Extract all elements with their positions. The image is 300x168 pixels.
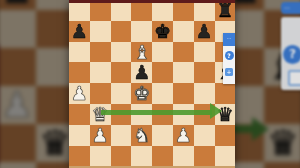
chess-board[interactable]: ♜♟♚♟♝♟♝♟♚♛♛♟♞♟ bbox=[69, 0, 235, 166]
square-g4[interactable] bbox=[194, 83, 215, 104]
square-b7[interactable] bbox=[90, 21, 111, 42]
move-arrow bbox=[101, 110, 212, 115]
white-pawn-b2[interactable]: ♟ bbox=[90, 125, 111, 146]
square-f5[interactable] bbox=[173, 62, 194, 83]
square-c2[interactable] bbox=[111, 125, 132, 146]
square-a3[interactable] bbox=[69, 104, 90, 125]
question-circle-icon[interactable]: ? bbox=[225, 51, 234, 60]
black-pawn-a7[interactable]: ♟ bbox=[69, 21, 90, 42]
square-d7[interactable] bbox=[131, 21, 152, 42]
white-pawn-a4[interactable]: ♟ bbox=[69, 83, 90, 104]
square-c7[interactable] bbox=[111, 21, 132, 42]
square-f7[interactable] bbox=[173, 21, 194, 42]
square-d1[interactable] bbox=[131, 146, 152, 167]
phone-screenshot: ♜♟♚♟♝♟♝♟♚♛♛♟♞♟ ⋯ ? + bbox=[69, 0, 235, 168]
square-h2[interactable] bbox=[215, 125, 236, 146]
square-e2[interactable] bbox=[152, 125, 173, 146]
square-b1[interactable] bbox=[90, 146, 111, 167]
square-b4[interactable] bbox=[90, 83, 111, 104]
question-circle-icon: ? bbox=[283, 45, 300, 64]
square-g6[interactable] bbox=[194, 42, 215, 63]
square-a5[interactable] bbox=[69, 62, 90, 83]
black-pawn-g7[interactable]: ♟ bbox=[194, 21, 215, 42]
white-bishop-d6[interactable]: ♝ bbox=[131, 42, 152, 63]
white-pawn-f2[interactable]: ♟ bbox=[173, 125, 194, 146]
move-arrow-head-icon bbox=[210, 103, 222, 119]
plus-square-icon[interactable]: + bbox=[225, 68, 233, 76]
square-c6[interactable] bbox=[111, 42, 132, 63]
square-g8[interactable] bbox=[194, 0, 215, 21]
black-rook-h8[interactable]: ♜ bbox=[215, 0, 236, 21]
background-card: ? bbox=[281, 17, 300, 90]
square-e5[interactable] bbox=[152, 62, 173, 83]
square-c8[interactable] bbox=[111, 0, 132, 21]
white-knight-d2[interactable]: ♞ bbox=[131, 125, 152, 146]
floating-panel: ⋯ ? + bbox=[223, 33, 236, 84]
square-c5[interactable] bbox=[111, 62, 132, 83]
panel-body: ? + bbox=[223, 46, 236, 85]
square-b8[interactable] bbox=[90, 0, 111, 21]
square-g2[interactable] bbox=[194, 125, 215, 146]
square-h4[interactable] bbox=[215, 83, 236, 104]
square-c1[interactable] bbox=[111, 146, 132, 167]
square-f8[interactable] bbox=[173, 0, 194, 21]
white-king-d4[interactable]: ♚ bbox=[131, 83, 152, 104]
square-d8[interactable] bbox=[131, 0, 152, 21]
background-blue-button: ⋯ bbox=[281, 2, 300, 14]
square-g1[interactable] bbox=[194, 146, 215, 167]
square-button-icon bbox=[288, 70, 300, 86]
square-e1[interactable] bbox=[152, 146, 173, 167]
video-frame: ♟♟♝♟♛♛ ⋯ ? ♜♟♚♟♝♟♝♟♚♛♛♟♞♟ ⋯ ? + bbox=[0, 0, 300, 168]
square-h1[interactable] bbox=[215, 146, 236, 167]
square-b5[interactable] bbox=[90, 62, 111, 83]
top-red-bar bbox=[69, 0, 235, 3]
square-a6[interactable] bbox=[69, 42, 90, 63]
square-f6[interactable] bbox=[173, 42, 194, 63]
square-a8[interactable] bbox=[69, 0, 90, 21]
square-a1[interactable] bbox=[69, 146, 90, 167]
square-e8[interactable] bbox=[152, 0, 173, 21]
square-a2[interactable] bbox=[69, 125, 90, 146]
square-b6[interactable] bbox=[90, 42, 111, 63]
square-e4[interactable] bbox=[152, 83, 173, 104]
square-c4[interactable] bbox=[111, 83, 132, 104]
square-e6[interactable] bbox=[152, 42, 173, 63]
square-f1[interactable] bbox=[173, 146, 194, 167]
black-king-e7[interactable]: ♚ bbox=[152, 21, 173, 42]
panel-header[interactable]: ⋯ bbox=[223, 33, 236, 46]
square-g5[interactable] bbox=[194, 62, 215, 83]
black-pawn-d5[interactable]: ♟ bbox=[131, 62, 152, 83]
square-f4[interactable] bbox=[173, 83, 194, 104]
